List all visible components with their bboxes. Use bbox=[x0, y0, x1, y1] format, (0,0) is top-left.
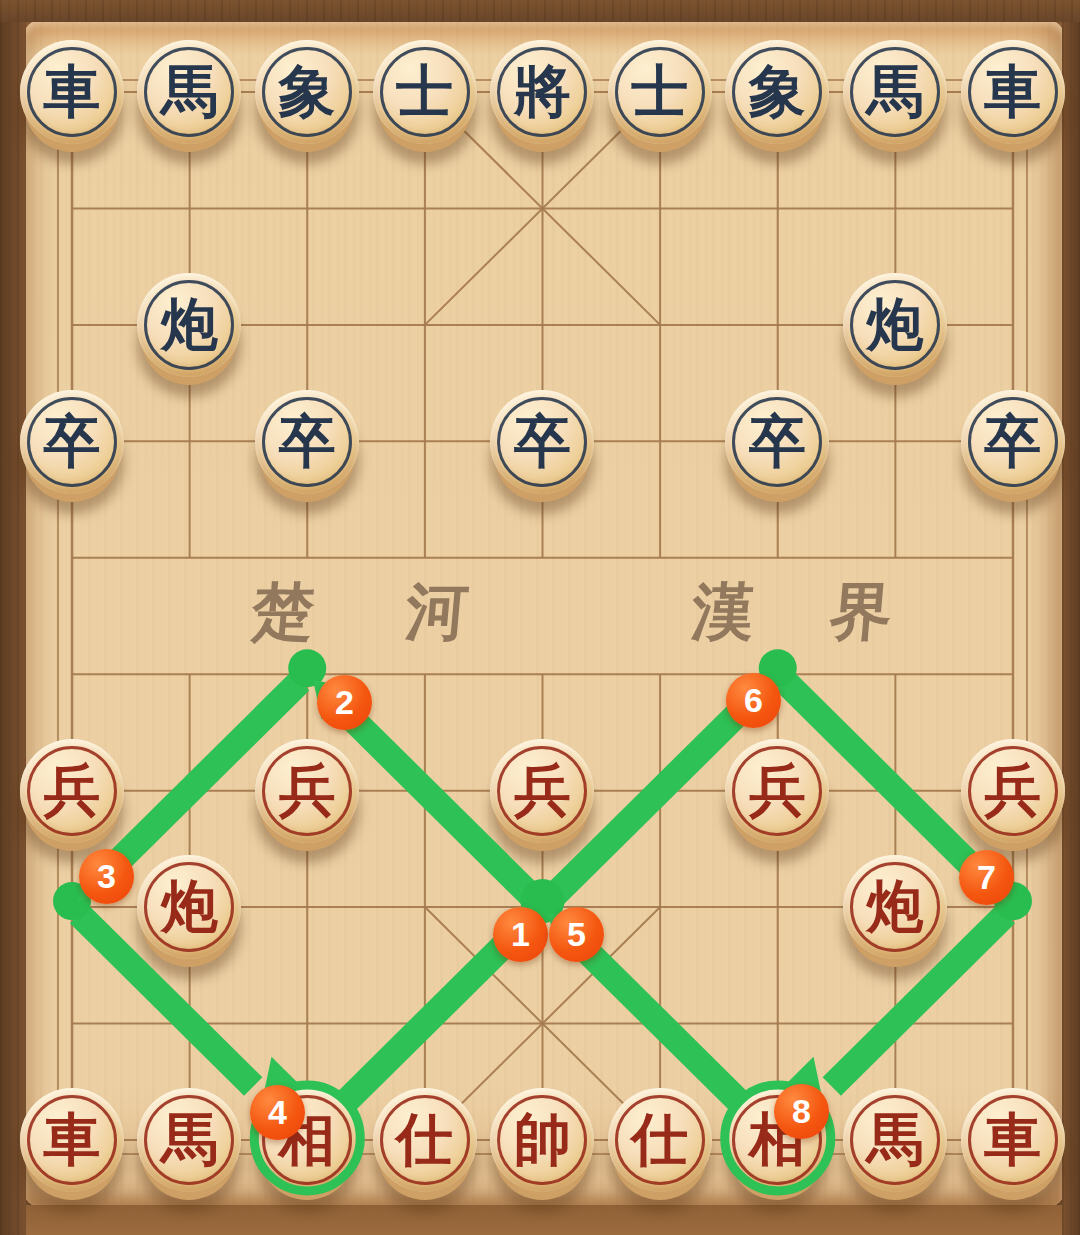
piece-character: 兵 bbox=[514, 761, 571, 818]
piece-character: 卒 bbox=[514, 412, 571, 469]
black-piece-士[interactable]: 士 bbox=[373, 40, 477, 144]
board-point: 兵 bbox=[954, 733, 1072, 849]
black-piece-馬[interactable]: 馬 bbox=[843, 40, 947, 144]
move-badge-7: 7 bbox=[959, 850, 1014, 905]
red-piece-炮[interactable]: 炮 bbox=[843, 855, 947, 959]
red-piece-仕[interactable]: 仕 bbox=[608, 1088, 712, 1192]
board-point: 將 bbox=[483, 34, 601, 150]
black-piece-卒[interactable]: 卒 bbox=[961, 390, 1065, 494]
board-point: 卒 bbox=[719, 383, 837, 499]
piece-character: 卒 bbox=[43, 412, 100, 469]
red-piece-帥[interactable]: 帥 bbox=[490, 1088, 594, 1192]
piece-character: 馬 bbox=[866, 1110, 923, 1167]
red-piece-車[interactable]: 車 bbox=[20, 1088, 124, 1192]
board-point: 馬 bbox=[131, 1082, 249, 1198]
piece-character: 兵 bbox=[984, 761, 1041, 818]
piece-character: 馬 bbox=[161, 1110, 218, 1167]
move-badge-2: 2 bbox=[317, 675, 372, 730]
red-piece-兵[interactable]: 兵 bbox=[20, 739, 124, 843]
piece-character: 將 bbox=[514, 62, 571, 119]
black-piece-炮[interactable]: 炮 bbox=[843, 273, 947, 377]
board-point: 馬 bbox=[836, 1082, 954, 1198]
board-point: 帥 bbox=[483, 1082, 601, 1198]
piece-character: 炮 bbox=[866, 877, 923, 934]
board-point: 車 bbox=[954, 34, 1072, 150]
board-point: 兵 bbox=[248, 733, 366, 849]
board-point: 車 bbox=[954, 1082, 1072, 1198]
piece-character: 仕 bbox=[631, 1110, 688, 1167]
piece-character: 兵 bbox=[749, 761, 806, 818]
board-point: 炮 bbox=[131, 267, 249, 383]
piece-character: 士 bbox=[396, 62, 453, 119]
red-piece-馬[interactable]: 馬 bbox=[843, 1088, 947, 1192]
board-point: 卒 bbox=[954, 383, 1072, 499]
red-piece-車[interactable]: 車 bbox=[961, 1088, 1065, 1192]
board-point: 卒 bbox=[483, 383, 601, 499]
board-point: 象 bbox=[719, 34, 837, 150]
board-point: 兵 bbox=[13, 733, 131, 849]
move-badge-4: 4 bbox=[250, 1085, 305, 1140]
piece-character: 車 bbox=[984, 1110, 1041, 1167]
board-point: 仕 bbox=[366, 1082, 484, 1198]
black-piece-車[interactable]: 車 bbox=[20, 40, 124, 144]
piece-character: 車 bbox=[43, 62, 100, 119]
piece-character: 炮 bbox=[161, 877, 218, 934]
piece-character: 卒 bbox=[278, 412, 335, 469]
piece-character: 馬 bbox=[161, 62, 218, 119]
board-point: 卒 bbox=[248, 383, 366, 499]
piece-character: 士 bbox=[631, 62, 688, 119]
board-point: 炮 bbox=[836, 267, 954, 383]
frame-bottom-edge bbox=[26, 1205, 1062, 1235]
board-point: 象 bbox=[248, 34, 366, 150]
red-piece-兵[interactable]: 兵 bbox=[255, 739, 359, 843]
move-badge-1: 1 bbox=[493, 907, 548, 962]
move-badge-5: 5 bbox=[549, 907, 604, 962]
black-piece-馬[interactable]: 馬 bbox=[137, 40, 241, 144]
piece-character: 炮 bbox=[161, 295, 218, 352]
piece-character: 兵 bbox=[43, 761, 100, 818]
red-piece-炮[interactable]: 炮 bbox=[137, 855, 241, 959]
board-point: 士 bbox=[601, 34, 719, 150]
red-piece-馬[interactable]: 馬 bbox=[137, 1088, 241, 1192]
board-point: 炮 bbox=[131, 849, 249, 965]
black-piece-象[interactable]: 象 bbox=[255, 40, 359, 144]
piece-character: 卒 bbox=[749, 412, 806, 469]
black-piece-將[interactable]: 將 bbox=[490, 40, 594, 144]
piece-character: 帥 bbox=[514, 1110, 571, 1167]
board-point: 馬 bbox=[131, 34, 249, 150]
board-point: 兵 bbox=[719, 733, 837, 849]
red-piece-仕[interactable]: 仕 bbox=[373, 1088, 477, 1192]
piece-character: 象 bbox=[749, 62, 806, 119]
board-point: 士 bbox=[366, 34, 484, 150]
black-piece-車[interactable]: 車 bbox=[961, 40, 1065, 144]
board-point: 卒 bbox=[13, 383, 131, 499]
move-badge-6: 6 bbox=[726, 673, 781, 728]
board-point: 馬 bbox=[836, 34, 954, 150]
black-piece-卒[interactable]: 卒 bbox=[20, 390, 124, 494]
pieces-layer: 車馬象士將士象馬車炮炮卒卒卒卒卒兵兵兵兵兵炮炮車馬相仕帥仕相馬車 bbox=[13, 34, 1071, 1198]
piece-character: 卒 bbox=[984, 412, 1041, 469]
board-point: 車 bbox=[13, 1082, 131, 1198]
red-piece-兵[interactable]: 兵 bbox=[490, 739, 594, 843]
black-piece-炮[interactable]: 炮 bbox=[137, 273, 241, 377]
black-piece-卒[interactable]: 卒 bbox=[255, 390, 359, 494]
piece-character: 馬 bbox=[866, 62, 923, 119]
piece-character: 象 bbox=[278, 62, 335, 119]
board-point: 車 bbox=[13, 34, 131, 150]
move-badge-3: 3 bbox=[79, 849, 134, 904]
xiangqi-game-screen: 楚 河 漢 界 車馬象士將士象馬車炮炮卒卒卒卒卒兵兵兵兵兵炮炮車馬相仕帥仕相馬車… bbox=[0, 0, 1080, 1235]
black-piece-士[interactable]: 士 bbox=[608, 40, 712, 144]
piece-character: 車 bbox=[984, 62, 1041, 119]
piece-character: 炮 bbox=[866, 295, 923, 352]
frame-top-edge bbox=[0, 0, 1080, 22]
red-piece-兵[interactable]: 兵 bbox=[725, 739, 829, 843]
red-piece-兵[interactable]: 兵 bbox=[961, 739, 1065, 843]
move-badge-8: 8 bbox=[774, 1084, 829, 1139]
piece-character: 車 bbox=[43, 1110, 100, 1167]
black-piece-象[interactable]: 象 bbox=[725, 40, 829, 144]
black-piece-卒[interactable]: 卒 bbox=[490, 390, 594, 494]
black-piece-卒[interactable]: 卒 bbox=[725, 390, 829, 494]
board-point: 炮 bbox=[836, 849, 954, 965]
piece-character: 仕 bbox=[396, 1110, 453, 1167]
board-point: 兵 bbox=[483, 733, 601, 849]
piece-character: 兵 bbox=[278, 761, 335, 818]
board-point: 仕 bbox=[601, 1082, 719, 1198]
